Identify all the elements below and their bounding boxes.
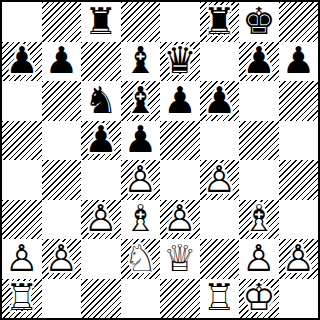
square-a8[interactable] <box>2 2 42 42</box>
white-rook-outline-icon: ♖ <box>5 279 38 316</box>
white-bishop-outline-icon: ♗ <box>124 200 157 237</box>
square-c5[interactable]: ♟ <box>81 121 121 161</box>
square-g6[interactable] <box>239 81 279 121</box>
black-rook-icon: ♜ <box>203 3 236 40</box>
white-king-icon: ♚ <box>242 279 275 316</box>
piece-white-bishop-g3: ♝♗ <box>239 200 279 240</box>
square-h5[interactable] <box>279 121 319 161</box>
white-pawn-outline-icon: ♙ <box>45 240 78 277</box>
square-g2[interactable]: ♟♙ <box>239 239 279 279</box>
piece-black-queen-e7: ♛ <box>160 42 200 82</box>
square-c3[interactable]: ♟♙ <box>81 200 121 240</box>
piece-black-rook-c8: ♜ <box>81 2 121 42</box>
square-g5[interactable] <box>239 121 279 161</box>
square-a3[interactable] <box>2 200 42 240</box>
square-h2[interactable]: ♟♙ <box>279 239 319 279</box>
square-c6[interactable]: ♞ <box>81 81 121 121</box>
square-g3[interactable]: ♝♗ <box>239 200 279 240</box>
piece-white-knight-d2: ♞♘ <box>121 239 161 279</box>
piece-black-pawn-c5: ♟ <box>81 121 121 161</box>
white-bishop-icon: ♝ <box>242 200 275 237</box>
white-rook-outline-icon: ♖ <box>203 279 236 316</box>
square-d4[interactable]: ♟♙ <box>121 160 161 200</box>
square-c2[interactable] <box>81 239 121 279</box>
square-f5[interactable] <box>200 121 240 161</box>
piece-black-pawn-b7: ♟ <box>42 42 82 82</box>
square-f2[interactable] <box>200 239 240 279</box>
piece-white-queen-e2: ♛♕ <box>160 239 200 279</box>
white-pawn-outline-icon: ♙ <box>84 200 117 237</box>
black-pawn-icon: ♟ <box>203 82 236 119</box>
square-a4[interactable] <box>2 160 42 200</box>
square-g7[interactable]: ♟ <box>239 42 279 82</box>
square-h6[interactable] <box>279 81 319 121</box>
square-g8[interactable]: ♚ <box>239 2 279 42</box>
white-knight-icon: ♞ <box>124 240 157 277</box>
white-pawn-outline-icon: ♙ <box>282 240 315 277</box>
piece-white-pawn-h2: ♟♙ <box>279 239 319 279</box>
piece-black-king-g8: ♚ <box>239 2 279 42</box>
square-g4[interactable] <box>239 160 279 200</box>
piece-white-pawn-g2: ♟♙ <box>239 239 279 279</box>
piece-white-pawn-a2: ♟♙ <box>2 239 42 279</box>
square-f6[interactable]: ♟ <box>200 81 240 121</box>
square-e3[interactable]: ♟♙ <box>160 200 200 240</box>
square-d3[interactable]: ♝♗ <box>121 200 161 240</box>
square-h3[interactable] <box>279 200 319 240</box>
square-g1[interactable]: ♚♔ <box>239 279 279 319</box>
square-h7[interactable]: ♟ <box>279 42 319 82</box>
white-pawn-icon: ♟ <box>242 240 275 277</box>
black-queen-icon: ♛ <box>163 42 196 79</box>
white-pawn-icon: ♟ <box>203 161 236 198</box>
piece-black-pawn-g7: ♟ <box>239 42 279 82</box>
square-d6[interactable]: ♝ <box>121 81 161 121</box>
white-queen-icon: ♛ <box>163 240 196 277</box>
piece-white-rook-a1: ♜♖ <box>2 279 42 319</box>
black-bishop-icon: ♝ <box>124 42 157 79</box>
black-knight-icon: ♞ <box>84 82 117 119</box>
black-pawn-icon: ♟ <box>45 42 78 79</box>
square-a7[interactable]: ♟ <box>2 42 42 82</box>
chess-board: ♜♜♚♟♟♝♛♟♟♞♝♟♟♟♟♟♙♟♙♟♙♝♗♟♙♝♗♟♙♟♙♞♘♛♕♟♙♟♙♜… <box>0 0 320 320</box>
black-pawn-icon: ♟ <box>124 121 157 158</box>
square-e4[interactable] <box>160 160 200 200</box>
white-rook-icon: ♜ <box>203 279 236 316</box>
white-pawn-icon: ♟ <box>124 161 157 198</box>
square-c4[interactable] <box>81 160 121 200</box>
square-c8[interactable]: ♜ <box>81 2 121 42</box>
piece-white-pawn-c3: ♟♙ <box>81 200 121 240</box>
black-rook-icon: ♜ <box>84 3 117 40</box>
square-a6[interactable] <box>2 81 42 121</box>
white-pawn-outline-icon: ♙ <box>163 200 196 237</box>
piece-black-pawn-a7: ♟ <box>2 42 42 82</box>
piece-black-pawn-d5: ♟ <box>121 121 161 161</box>
square-d2[interactable]: ♞♘ <box>121 239 161 279</box>
white-pawn-icon: ♟ <box>84 200 117 237</box>
white-pawn-icon: ♟ <box>282 240 315 277</box>
piece-black-rook-f8: ♜ <box>200 2 240 42</box>
black-bishop-icon: ♝ <box>124 82 157 119</box>
square-e6[interactable]: ♟ <box>160 81 200 121</box>
piece-black-bishop-d7: ♝ <box>121 42 161 82</box>
white-rook-icon: ♜ <box>5 279 38 316</box>
piece-white-bishop-d3: ♝♗ <box>121 200 161 240</box>
piece-white-pawn-f4: ♟♙ <box>200 160 240 200</box>
piece-white-king-g1: ♚♔ <box>239 279 279 319</box>
square-f8[interactable]: ♜ <box>200 2 240 42</box>
square-a2[interactable]: ♟♙ <box>2 239 42 279</box>
square-a1[interactable]: ♜♖ <box>2 279 42 319</box>
square-c7[interactable] <box>81 42 121 82</box>
square-b3[interactable] <box>42 200 82 240</box>
black-pawn-icon: ♟ <box>282 42 315 79</box>
square-b2[interactable]: ♟♙ <box>42 239 82 279</box>
square-h1[interactable] <box>279 279 319 319</box>
square-f7[interactable] <box>200 42 240 82</box>
piece-white-pawn-e3: ♟♙ <box>160 200 200 240</box>
square-e2[interactable]: ♛♕ <box>160 239 200 279</box>
piece-white-pawn-b2: ♟♙ <box>42 239 82 279</box>
square-d5[interactable]: ♟ <box>121 121 161 161</box>
square-e5[interactable] <box>160 121 200 161</box>
square-b1[interactable] <box>42 279 82 319</box>
white-pawn-outline-icon: ♙ <box>242 240 275 277</box>
white-pawn-icon: ♟ <box>45 240 78 277</box>
square-b4[interactable] <box>42 160 82 200</box>
square-e1[interactable] <box>160 279 200 319</box>
piece-black-pawn-h7: ♟ <box>279 42 319 82</box>
white-pawn-outline-icon: ♙ <box>5 240 38 277</box>
piece-black-pawn-f6: ♟ <box>200 81 240 121</box>
square-b7[interactable]: ♟ <box>42 42 82 82</box>
black-pawn-icon: ♟ <box>242 42 275 79</box>
square-a5[interactable] <box>2 121 42 161</box>
square-e7[interactable]: ♛ <box>160 42 200 82</box>
square-d1[interactable] <box>121 279 161 319</box>
white-pawn-icon: ♟ <box>5 240 38 277</box>
square-e8[interactable] <box>160 2 200 42</box>
piece-black-pawn-e6: ♟ <box>160 81 200 121</box>
square-b6[interactable] <box>42 81 82 121</box>
white-knight-outline-icon: ♘ <box>124 240 157 277</box>
square-b8[interactable] <box>42 2 82 42</box>
square-f4[interactable]: ♟♙ <box>200 160 240 200</box>
square-d8[interactable] <box>121 2 161 42</box>
white-queen-outline-icon: ♕ <box>163 240 196 277</box>
square-c1[interactable] <box>81 279 121 319</box>
black-pawn-icon: ♟ <box>84 121 117 158</box>
white-pawn-outline-icon: ♙ <box>203 161 236 198</box>
black-pawn-icon: ♟ <box>5 42 38 79</box>
white-pawn-icon: ♟ <box>163 200 196 237</box>
square-h8[interactable] <box>279 2 319 42</box>
square-h4[interactable] <box>279 160 319 200</box>
white-king-outline-icon: ♔ <box>242 279 275 316</box>
square-b5[interactable] <box>42 121 82 161</box>
square-d7[interactable]: ♝ <box>121 42 161 82</box>
white-pawn-outline-icon: ♙ <box>124 161 157 198</box>
black-pawn-icon: ♟ <box>163 82 196 119</box>
white-bishop-icon: ♝ <box>124 200 157 237</box>
piece-white-pawn-d4: ♟♙ <box>121 160 161 200</box>
black-king-icon: ♚ <box>242 3 275 40</box>
square-f3[interactable] <box>200 200 240 240</box>
white-bishop-outline-icon: ♗ <box>242 200 275 237</box>
piece-black-bishop-d6: ♝ <box>121 81 161 121</box>
square-f1[interactable]: ♜♖ <box>200 279 240 319</box>
piece-black-knight-c6: ♞ <box>81 81 121 121</box>
piece-white-rook-f1: ♜♖ <box>200 279 240 319</box>
